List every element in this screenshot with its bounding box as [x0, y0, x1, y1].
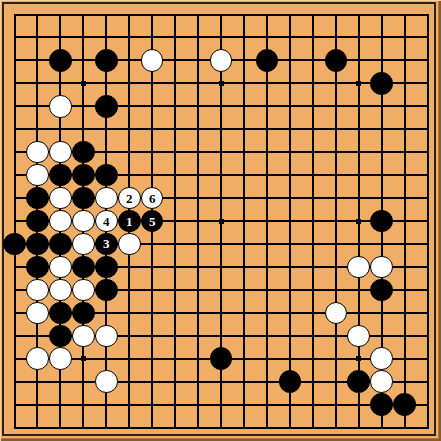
black-stone-c5r13	[95, 279, 118, 302]
black-stone-c12r3	[256, 49, 279, 72]
black-stone-c3r11	[49, 233, 72, 256]
black-stone-c15r3	[325, 49, 348, 72]
white-stone-c2r8	[26, 164, 49, 187]
black-stone-c2r9	[26, 187, 49, 210]
grid-vline	[404, 14, 406, 429]
white-stone-c4r10	[72, 210, 95, 233]
black-stone-c3r3	[49, 49, 72, 72]
white-stone-c6r11	[118, 233, 141, 256]
white-stone-c4r11	[72, 233, 95, 256]
grid-vline	[266, 14, 268, 429]
black-stone-c2r11	[26, 233, 49, 256]
white-stone-c17r17	[370, 370, 393, 393]
white-stone-c2r13	[26, 279, 49, 302]
black-stone-c10r16	[210, 347, 233, 370]
grid-vline	[312, 14, 314, 429]
move-number-5: 5	[149, 215, 156, 228]
white-stone-c2r14	[26, 302, 49, 325]
grid-hline	[14, 404, 429, 406]
white-stone-c17r16	[370, 347, 393, 370]
move-number-3: 3	[103, 237, 110, 250]
black-stone-c18r18	[393, 393, 416, 416]
grid-vline	[427, 14, 429, 429]
white-stone-c3r10	[49, 210, 72, 233]
white-stone-c4r13	[72, 279, 95, 302]
move-number-6: 6	[149, 192, 156, 205]
white-stone-c2r16	[26, 347, 49, 370]
star-point	[81, 81, 86, 86]
white-stone-c6r9: 2	[118, 187, 141, 210]
white-stone-c3r13	[49, 279, 72, 302]
black-stone-c1r11	[3, 233, 26, 256]
black-stone-c17r18	[370, 393, 393, 416]
white-stone-c5r10: 4	[95, 210, 118, 233]
black-stone-c4r12	[72, 256, 95, 279]
star-point	[356, 356, 361, 361]
black-stone-c6r10: 1	[118, 210, 141, 233]
white-stone-c3r9	[49, 187, 72, 210]
star-point	[219, 219, 224, 224]
white-stone-c17r12	[370, 256, 393, 279]
black-stone-c16r17	[347, 370, 370, 393]
white-stone-c7r9: 6	[141, 187, 164, 210]
white-stone-c3r16	[49, 347, 72, 370]
white-stone-c15r14	[325, 302, 348, 325]
white-stone-c5r15	[95, 325, 118, 348]
grid-vline	[243, 14, 245, 429]
black-stone-c17r4	[370, 72, 393, 95]
black-stone-c7r10: 5	[141, 210, 164, 233]
white-stone-c2r7	[26, 141, 49, 164]
black-stone-c5r5	[95, 95, 118, 118]
white-stone-c16r12	[347, 256, 370, 279]
black-stone-c5r12	[95, 256, 118, 279]
black-stone-c5r3	[95, 49, 118, 72]
grid-hline	[14, 427, 429, 429]
white-stone-c3r5	[49, 95, 72, 118]
grid-vline	[289, 14, 291, 429]
grid-vline	[335, 14, 337, 429]
white-stone-c3r12	[49, 256, 72, 279]
white-stone-c10r3	[210, 49, 233, 72]
black-stone-c17r13	[370, 279, 393, 302]
white-stone-c5r9	[95, 187, 118, 210]
white-stone-c16r15	[347, 325, 370, 348]
black-stone-c4r9	[72, 187, 95, 210]
white-stone-c7r3	[141, 49, 164, 72]
move-number-2: 2	[126, 192, 133, 205]
black-stone-c2r12	[26, 256, 49, 279]
black-stone-c3r8	[49, 164, 72, 187]
white-stone-c4r15	[72, 325, 95, 348]
white-stone-c5r17	[95, 370, 118, 393]
star-point	[81, 356, 86, 361]
black-stone-c3r15	[49, 325, 72, 348]
black-stone-c17r10	[370, 210, 393, 233]
black-stone-c4r8	[72, 164, 95, 187]
black-stone-c3r14	[49, 302, 72, 325]
move-number-1: 1	[126, 215, 133, 228]
black-stone-c2r10	[26, 210, 49, 233]
black-stone-c4r7	[72, 141, 95, 164]
white-stone-c3r7	[49, 141, 72, 164]
black-stone-c5r11: 3	[95, 233, 118, 256]
move-number-4: 4	[103, 215, 110, 228]
go-board: 264153	[0, 0, 441, 441]
black-stone-c4r14	[72, 302, 95, 325]
star-point	[356, 219, 361, 224]
star-point	[356, 81, 361, 86]
star-point	[219, 81, 224, 86]
black-stone-c13r17	[279, 370, 302, 393]
black-stone-c5r8	[95, 164, 118, 187]
